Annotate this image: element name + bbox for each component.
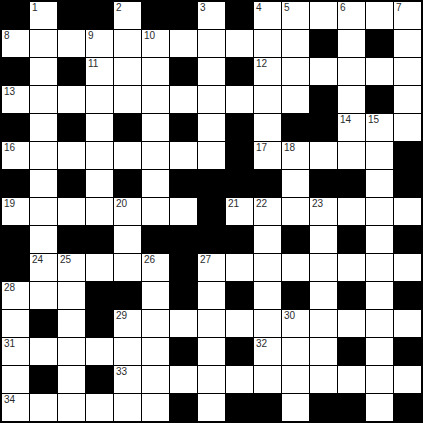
white-cell-r3c8[interactable] bbox=[226, 86, 253, 113]
white-cell-r1c4[interactable] bbox=[114, 30, 141, 57]
black-cell-r10c10 bbox=[282, 282, 309, 309]
black-cell-r8c3 bbox=[86, 226, 113, 253]
white-cell-r10c11[interactable] bbox=[310, 282, 337, 309]
white-cell-r11c14[interactable] bbox=[394, 310, 421, 337]
white-cell-r7c8[interactable]: 21 bbox=[226, 198, 253, 225]
white-cell-r2c4[interactable] bbox=[114, 58, 141, 85]
white-cell-r9c1[interactable]: 24 bbox=[30, 254, 57, 281]
white-cell-r9c2[interactable]: 25 bbox=[58, 254, 85, 281]
white-cell-r14c0[interactable]: 34 bbox=[2, 394, 29, 421]
black-cell-r8c14 bbox=[394, 226, 421, 253]
white-cell-r13c5[interactable] bbox=[142, 366, 169, 393]
black-cell-r8c5 bbox=[142, 226, 169, 253]
clue-number-4: 4 bbox=[256, 2, 262, 13]
black-cell-r0c5 bbox=[142, 2, 169, 29]
white-cell-r11c6[interactable] bbox=[170, 310, 197, 337]
white-cell-r14c3[interactable] bbox=[86, 394, 113, 421]
white-cell-r11c12[interactable] bbox=[338, 310, 365, 337]
white-cell-r3c7[interactable] bbox=[198, 86, 225, 113]
white-cell-r9c9[interactable] bbox=[254, 254, 281, 281]
black-cell-r0c6 bbox=[170, 2, 197, 29]
clue-number-25: 25 bbox=[60, 254, 71, 265]
clue-number-27: 27 bbox=[200, 254, 211, 265]
white-cell-r10c13[interactable] bbox=[366, 282, 393, 309]
white-cell-r13c0[interactable] bbox=[2, 366, 29, 393]
white-cell-r3c1[interactable] bbox=[30, 86, 57, 113]
white-cell-r3c6[interactable] bbox=[170, 86, 197, 113]
clue-number-11: 11 bbox=[88, 58, 98, 69]
white-cell-r11c5[interactable] bbox=[142, 310, 169, 337]
clue-number-3: 3 bbox=[200, 2, 206, 13]
black-cell-r10c6 bbox=[170, 282, 197, 309]
white-cell-r13c13[interactable] bbox=[366, 366, 393, 393]
white-cell-r12c9[interactable]: 32 bbox=[254, 338, 281, 365]
black-cell-r10c8 bbox=[226, 282, 253, 309]
black-cell-r14c11 bbox=[310, 394, 337, 421]
white-cell-r9c7[interactable]: 27 bbox=[198, 254, 225, 281]
white-cell-r9c4[interactable] bbox=[114, 254, 141, 281]
white-cell-r1c9[interactable] bbox=[254, 30, 281, 57]
white-cell-r2c12[interactable] bbox=[338, 58, 365, 85]
black-cell-r6c12 bbox=[338, 170, 365, 197]
white-cell-r9c13[interactable] bbox=[366, 254, 393, 281]
black-cell-r4c11 bbox=[310, 114, 337, 141]
black-cell-r6c4 bbox=[114, 170, 141, 197]
black-cell-r10c3 bbox=[86, 282, 113, 309]
black-cell-r8c0 bbox=[2, 226, 29, 253]
black-cell-r4c0 bbox=[2, 114, 29, 141]
white-cell-r5c5[interactable] bbox=[142, 142, 169, 169]
white-cell-r13c14[interactable] bbox=[394, 366, 421, 393]
white-cell-r6c1[interactable] bbox=[30, 170, 57, 197]
white-cell-r6c10[interactable] bbox=[282, 170, 309, 197]
clue-number-19: 19 bbox=[4, 198, 15, 209]
white-cell-r12c5[interactable] bbox=[142, 338, 169, 365]
white-cell-r0c10[interactable]: 5 bbox=[282, 2, 309, 29]
white-cell-r5c10[interactable]: 18 bbox=[282, 142, 309, 169]
white-cell-r0c13[interactable] bbox=[366, 2, 393, 29]
clue-number-9: 9 bbox=[88, 30, 94, 41]
white-cell-r1c0[interactable]: 8 bbox=[2, 30, 29, 57]
black-cell-r1c13 bbox=[366, 30, 393, 57]
black-cell-r4c8 bbox=[226, 114, 253, 141]
white-cell-r13c2[interactable] bbox=[58, 366, 85, 393]
white-cell-r10c0[interactable]: 28 bbox=[2, 282, 29, 309]
white-cell-r12c3[interactable] bbox=[86, 338, 113, 365]
white-cell-r5c13[interactable] bbox=[366, 142, 393, 169]
white-cell-r11c7[interactable] bbox=[198, 310, 225, 337]
black-cell-r6c11 bbox=[310, 170, 337, 197]
white-cell-r14c10[interactable] bbox=[282, 394, 309, 421]
white-cell-r7c12[interactable] bbox=[338, 198, 365, 225]
clue-number-10: 10 bbox=[144, 30, 155, 41]
clue-number-32: 32 bbox=[256, 338, 267, 349]
white-cell-r13c7[interactable] bbox=[198, 366, 225, 393]
black-cell-r11c3 bbox=[86, 310, 113, 337]
clue-number-34: 34 bbox=[4, 394, 15, 405]
white-cell-r5c3[interactable] bbox=[86, 142, 113, 169]
black-cell-r12c12 bbox=[338, 338, 365, 365]
white-cell-r3c14[interactable] bbox=[394, 86, 421, 113]
clue-number-13: 13 bbox=[4, 86, 15, 97]
white-cell-r2c9[interactable]: 12 bbox=[254, 58, 281, 85]
white-cell-r13c8[interactable] bbox=[226, 366, 253, 393]
white-cell-r2c14[interactable] bbox=[394, 58, 421, 85]
white-cell-r1c2[interactable] bbox=[58, 30, 85, 57]
white-cell-r9c3[interactable] bbox=[86, 254, 113, 281]
white-cell-r13c11[interactable] bbox=[310, 366, 337, 393]
white-cell-r0c14[interactable]: 7 bbox=[394, 2, 421, 29]
white-cell-r3c12[interactable] bbox=[338, 86, 365, 113]
white-cell-r3c2[interactable] bbox=[58, 86, 85, 113]
clue-number-30: 30 bbox=[284, 310, 295, 321]
clue-number-14: 14 bbox=[340, 114, 351, 125]
white-cell-r7c0[interactable]: 19 bbox=[2, 198, 29, 225]
white-cell-r7c5[interactable] bbox=[142, 198, 169, 225]
white-cell-r4c1[interactable] bbox=[30, 114, 57, 141]
black-cell-r8c10 bbox=[282, 226, 309, 253]
black-cell-r4c4 bbox=[114, 114, 141, 141]
clue-number-12: 12 bbox=[256, 58, 267, 69]
white-cell-r3c9[interactable] bbox=[254, 86, 281, 113]
white-cell-r3c5[interactable] bbox=[142, 86, 169, 113]
white-cell-r13c4[interactable]: 33 bbox=[114, 366, 141, 393]
white-cell-r9c5[interactable]: 26 bbox=[142, 254, 169, 281]
white-cell-r1c12[interactable] bbox=[338, 30, 365, 57]
clue-number-28: 28 bbox=[4, 282, 15, 293]
white-cell-r7c6[interactable] bbox=[170, 198, 197, 225]
white-cell-r14c7[interactable] bbox=[198, 394, 225, 421]
white-cell-r11c8[interactable] bbox=[226, 310, 253, 337]
white-cell-r5c4[interactable] bbox=[114, 142, 141, 169]
black-cell-r14c12 bbox=[338, 394, 365, 421]
black-cell-r6c8 bbox=[226, 170, 253, 197]
black-cell-r7c7 bbox=[198, 198, 225, 225]
clue-number-16: 16 bbox=[4, 142, 15, 153]
white-cell-r5c9[interactable]: 17 bbox=[254, 142, 281, 169]
clue-number-23: 23 bbox=[312, 198, 323, 209]
black-cell-r4c2 bbox=[58, 114, 85, 141]
white-cell-r4c14[interactable] bbox=[394, 114, 421, 141]
black-cell-r14c9 bbox=[254, 394, 281, 421]
white-cell-r12c10[interactable] bbox=[282, 338, 309, 365]
clue-number-22: 22 bbox=[256, 198, 267, 209]
white-cell-r1c10[interactable] bbox=[282, 30, 309, 57]
white-cell-r0c9[interactable]: 4 bbox=[254, 2, 281, 29]
white-cell-r1c8[interactable] bbox=[226, 30, 253, 57]
black-cell-r8c12 bbox=[338, 226, 365, 253]
black-cell-r2c0 bbox=[2, 58, 29, 85]
clue-number-7: 7 bbox=[396, 2, 402, 13]
black-cell-r8c6 bbox=[170, 226, 197, 253]
white-cell-r10c1[interactable] bbox=[30, 282, 57, 309]
white-cell-r7c10[interactable] bbox=[282, 198, 309, 225]
black-cell-r10c12 bbox=[338, 282, 365, 309]
white-cell-r14c13[interactable] bbox=[366, 394, 393, 421]
black-cell-r0c3 bbox=[86, 2, 113, 29]
black-cell-r14c6 bbox=[170, 394, 197, 421]
white-cell-r7c3[interactable] bbox=[86, 198, 113, 225]
white-cell-r14c2[interactable] bbox=[58, 394, 85, 421]
clue-number-18: 18 bbox=[284, 142, 295, 153]
clue-number-26: 26 bbox=[144, 254, 155, 265]
black-cell-r9c6 bbox=[170, 254, 197, 281]
black-cell-r6c0 bbox=[2, 170, 29, 197]
white-cell-r13c6[interactable] bbox=[170, 366, 197, 393]
white-cell-r0c4[interactable]: 2 bbox=[114, 2, 141, 29]
black-cell-r6c6 bbox=[170, 170, 197, 197]
white-cell-r11c13[interactable] bbox=[366, 310, 393, 337]
white-cell-r9c12[interactable] bbox=[338, 254, 365, 281]
black-cell-r1c11 bbox=[310, 30, 337, 57]
white-cell-r11c11[interactable] bbox=[310, 310, 337, 337]
white-cell-r7c9[interactable]: 22 bbox=[254, 198, 281, 225]
clue-number-29: 29 bbox=[116, 310, 127, 321]
white-cell-r5c11[interactable] bbox=[310, 142, 337, 169]
black-cell-r5c14 bbox=[394, 142, 421, 169]
white-cell-r7c13[interactable] bbox=[366, 198, 393, 225]
black-cell-r6c2 bbox=[58, 170, 85, 197]
black-cell-r0c8 bbox=[226, 2, 253, 29]
white-cell-r12c0[interactable]: 31 bbox=[2, 338, 29, 365]
clue-number-6: 6 bbox=[340, 2, 346, 13]
white-cell-r11c0[interactable] bbox=[2, 310, 29, 337]
black-cell-r2c6 bbox=[170, 58, 197, 85]
black-cell-r14c14 bbox=[394, 394, 421, 421]
white-cell-r5c6[interactable] bbox=[170, 142, 197, 169]
black-cell-r6c9 bbox=[254, 170, 281, 197]
black-cell-r6c7 bbox=[198, 170, 225, 197]
white-cell-r2c1[interactable] bbox=[30, 58, 57, 85]
white-cell-r5c0[interactable]: 16 bbox=[2, 142, 29, 169]
white-cell-r12c13[interactable] bbox=[366, 338, 393, 365]
white-cell-r5c1[interactable] bbox=[30, 142, 57, 169]
black-cell-r2c2 bbox=[58, 58, 85, 85]
white-cell-r12c1[interactable] bbox=[30, 338, 57, 365]
white-cell-r1c7[interactable] bbox=[198, 30, 225, 57]
black-cell-r12c6 bbox=[170, 338, 197, 365]
white-cell-r4c7[interactable] bbox=[198, 114, 225, 141]
white-cell-r0c7[interactable]: 3 bbox=[198, 2, 225, 29]
white-cell-r8c11[interactable] bbox=[310, 226, 337, 253]
white-cell-r0c1[interactable]: 1 bbox=[30, 2, 57, 29]
white-cell-r2c7[interactable] bbox=[198, 58, 225, 85]
white-cell-r2c10[interactable] bbox=[282, 58, 309, 85]
white-cell-r1c14[interactable] bbox=[394, 30, 421, 57]
white-cell-r13c10[interactable] bbox=[282, 366, 309, 393]
white-cell-r9c8[interactable] bbox=[226, 254, 253, 281]
clue-number-31: 31 bbox=[4, 338, 15, 349]
white-cell-r12c4[interactable] bbox=[114, 338, 141, 365]
black-cell-r10c4 bbox=[114, 282, 141, 309]
white-cell-r12c2[interactable] bbox=[58, 338, 85, 365]
white-cell-r11c9[interactable] bbox=[254, 310, 281, 337]
black-cell-r0c2 bbox=[58, 2, 85, 29]
white-cell-r2c11[interactable] bbox=[310, 58, 337, 85]
black-cell-r4c10 bbox=[282, 114, 309, 141]
white-cell-r14c5[interactable] bbox=[142, 394, 169, 421]
black-cell-r8c2 bbox=[58, 226, 85, 253]
black-cell-r12c14 bbox=[394, 338, 421, 365]
white-cell-r7c4[interactable]: 20 bbox=[114, 198, 141, 225]
white-cell-r1c5[interactable]: 10 bbox=[142, 30, 169, 57]
black-cell-r10c14 bbox=[394, 282, 421, 309]
white-cell-r12c7[interactable] bbox=[198, 338, 225, 365]
clue-number-20: 20 bbox=[116, 198, 127, 209]
white-cell-r3c3[interactable] bbox=[86, 86, 113, 113]
white-cell-r4c13[interactable]: 15 bbox=[366, 114, 393, 141]
white-cell-r1c1[interactable] bbox=[30, 30, 57, 57]
white-cell-r11c4[interactable]: 29 bbox=[114, 310, 141, 337]
white-cell-r8c9[interactable] bbox=[254, 226, 281, 253]
white-cell-r10c2[interactable] bbox=[58, 282, 85, 309]
clue-number-8: 8 bbox=[4, 30, 10, 41]
white-cell-r6c5[interactable] bbox=[142, 170, 169, 197]
clue-number-5: 5 bbox=[284, 2, 290, 13]
white-cell-r6c3[interactable] bbox=[86, 170, 113, 197]
white-cell-r7c1[interactable] bbox=[30, 198, 57, 225]
clue-number-33: 33 bbox=[116, 366, 127, 377]
white-cell-r5c2[interactable] bbox=[58, 142, 85, 169]
white-cell-r7c14[interactable] bbox=[394, 198, 421, 225]
white-cell-r14c1[interactable] bbox=[30, 394, 57, 421]
white-cell-r9c11[interactable] bbox=[310, 254, 337, 281]
white-cell-r4c3[interactable] bbox=[86, 114, 113, 141]
white-cell-r1c6[interactable] bbox=[170, 30, 197, 57]
white-cell-r1c3[interactable]: 9 bbox=[86, 30, 113, 57]
black-cell-r9c0 bbox=[2, 254, 29, 281]
clue-number-1: 1 bbox=[32, 2, 38, 13]
black-cell-r4c6 bbox=[170, 114, 197, 141]
white-cell-r8c13[interactable] bbox=[366, 226, 393, 253]
white-cell-r9c14[interactable] bbox=[394, 254, 421, 281]
clue-number-21: 21 bbox=[228, 198, 239, 209]
black-cell-r8c8 bbox=[226, 226, 253, 253]
black-cell-r3c13 bbox=[366, 86, 393, 113]
white-cell-r7c2[interactable] bbox=[58, 198, 85, 225]
white-cell-r3c4[interactable] bbox=[114, 86, 141, 113]
white-cell-r10c5[interactable] bbox=[142, 282, 169, 309]
white-cell-r3c10[interactable] bbox=[282, 86, 309, 113]
clue-number-15: 15 bbox=[368, 114, 379, 125]
white-cell-r5c7[interactable] bbox=[198, 142, 225, 169]
white-cell-r12c11[interactable] bbox=[310, 338, 337, 365]
white-cell-r6c13[interactable] bbox=[366, 170, 393, 197]
white-cell-r2c3[interactable]: 11 bbox=[86, 58, 113, 85]
white-cell-r7c11[interactable]: 23 bbox=[310, 198, 337, 225]
white-cell-r0c12[interactable]: 6 bbox=[338, 2, 365, 29]
white-cell-r8c4[interactable] bbox=[114, 226, 141, 253]
white-cell-r4c9[interactable] bbox=[254, 114, 281, 141]
black-cell-r2c8 bbox=[226, 58, 253, 85]
white-cell-r11c10[interactable]: 30 bbox=[282, 310, 309, 337]
black-cell-r13c3 bbox=[86, 366, 113, 393]
black-cell-r14c8 bbox=[226, 394, 253, 421]
white-cell-r4c12[interactable]: 14 bbox=[338, 114, 365, 141]
black-cell-r5c8 bbox=[226, 142, 253, 169]
clue-number-2: 2 bbox=[116, 2, 122, 13]
black-cell-r6c14 bbox=[394, 170, 421, 197]
white-cell-r3c0[interactable]: 13 bbox=[2, 86, 29, 113]
white-cell-r13c9[interactable] bbox=[254, 366, 281, 393]
white-cell-r2c5[interactable] bbox=[142, 58, 169, 85]
white-cell-r2c13[interactable] bbox=[366, 58, 393, 85]
black-cell-r0c0 bbox=[2, 2, 29, 29]
white-cell-r4c5[interactable] bbox=[142, 114, 169, 141]
clue-number-24: 24 bbox=[32, 254, 43, 265]
white-cell-r0c11[interactable] bbox=[310, 2, 337, 29]
white-cell-r8c1[interactable] bbox=[30, 226, 57, 253]
white-cell-r14c4[interactable] bbox=[114, 394, 141, 421]
black-cell-r11c1 bbox=[30, 310, 57, 337]
black-cell-r8c7 bbox=[198, 226, 225, 253]
white-cell-r10c9[interactable] bbox=[254, 282, 281, 309]
black-cell-r13c1 bbox=[30, 366, 57, 393]
clue-number-17: 17 bbox=[256, 142, 267, 153]
black-cell-r12c8 bbox=[226, 338, 253, 365]
white-cell-r11c2[interactable] bbox=[58, 310, 85, 337]
crossword-board: 1234567891011121314151617181920212223242… bbox=[0, 0, 423, 423]
white-cell-r9c10[interactable] bbox=[282, 254, 309, 281]
white-cell-r13c12[interactable] bbox=[338, 366, 365, 393]
white-cell-r5c12[interactable] bbox=[338, 142, 365, 169]
white-cell-r10c7[interactable] bbox=[198, 282, 225, 309]
black-cell-r3c11 bbox=[310, 86, 337, 113]
